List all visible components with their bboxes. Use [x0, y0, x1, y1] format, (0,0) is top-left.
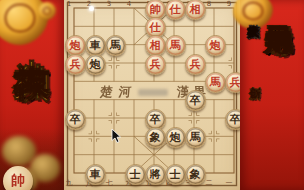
- xiangqi-piece-black-cannon[interactable]: 炮: [165, 127, 186, 148]
- channel-subtitle: 象棋大师: [244, 13, 262, 17]
- xiangqi-piece-black-elephant[interactable]: 象: [185, 164, 206, 185]
- xiangqi-piece-black-pawn[interactable]: 卒: [65, 109, 86, 130]
- xiangqi-piece-red-pawn[interactable]: 兵: [65, 54, 86, 75]
- xiangqi-piece-black-rook[interactable]: 車: [85, 164, 106, 185]
- xiangqi-piece-black-elephant[interactable]: 象: [145, 127, 166, 148]
- xiangqi-piece-red-advisor[interactable]: 仕: [165, 0, 186, 20]
- thumbnail-stage: 帥 大神象棋 123456789 九八七六五四三二一 楚河 漢界 帥仕相仕炮車馬…: [0, 0, 304, 190]
- xiangqi-piece-black-cannon[interactable]: 炮: [85, 54, 106, 75]
- xiangqi-piece-black-horse[interactable]: 馬: [105, 35, 126, 56]
- left-title: 大神象棋: [13, 30, 50, 38]
- river-label-chu: 楚河: [99, 84, 137, 101]
- mouse-cursor-icon: [111, 129, 123, 144]
- file-label: 九: [64, 179, 78, 187]
- xiangqi-piece-red-pawn[interactable]: 兵: [185, 54, 206, 75]
- xiangqi-board[interactable]: 123456789 九八七六五四三二一 楚河 漢界 帥仕相仕炮車馬相馬炮兵炮兵兵…: [64, 0, 240, 190]
- xiangqi-piece-red-cannon[interactable]: 炮: [205, 35, 226, 56]
- left-banner: 帥 大神象棋: [0, 0, 64, 190]
- xiangqi-piece-black-horse[interactable]: 馬: [185, 127, 206, 148]
- xiangqi-piece-red-pawn[interactable]: 兵: [145, 54, 166, 75]
- file-label: 一: [220, 179, 238, 187]
- xiangqi-piece-black-pawn[interactable]: 卒: [225, 109, 241, 130]
- decorative-piece: 帥: [3, 166, 33, 190]
- xiangqi-piece-black-king[interactable]: 將: [145, 164, 166, 185]
- file-label: 3: [100, 0, 118, 8]
- xiangqi-piece-black-pawn[interactable]: 卒: [185, 90, 206, 111]
- gold-ornament-small: [38, 2, 56, 20]
- file-label: 1: [64, 0, 78, 8]
- xiangqi-piece-black-advisor[interactable]: 士: [165, 164, 186, 185]
- xiangqi-piece-red-horse[interactable]: 馬: [165, 35, 186, 56]
- xiangqi-piece-red-elephant[interactable]: 相: [185, 0, 206, 20]
- xiangqi-piece-red-horse[interactable]: 馬: [205, 72, 226, 93]
- file-label: 4: [120, 0, 138, 8]
- xiangqi-piece-black-advisor[interactable]: 士: [125, 164, 146, 185]
- move-highlight-dot: [89, 6, 94, 11]
- river-watermark: [138, 89, 168, 96]
